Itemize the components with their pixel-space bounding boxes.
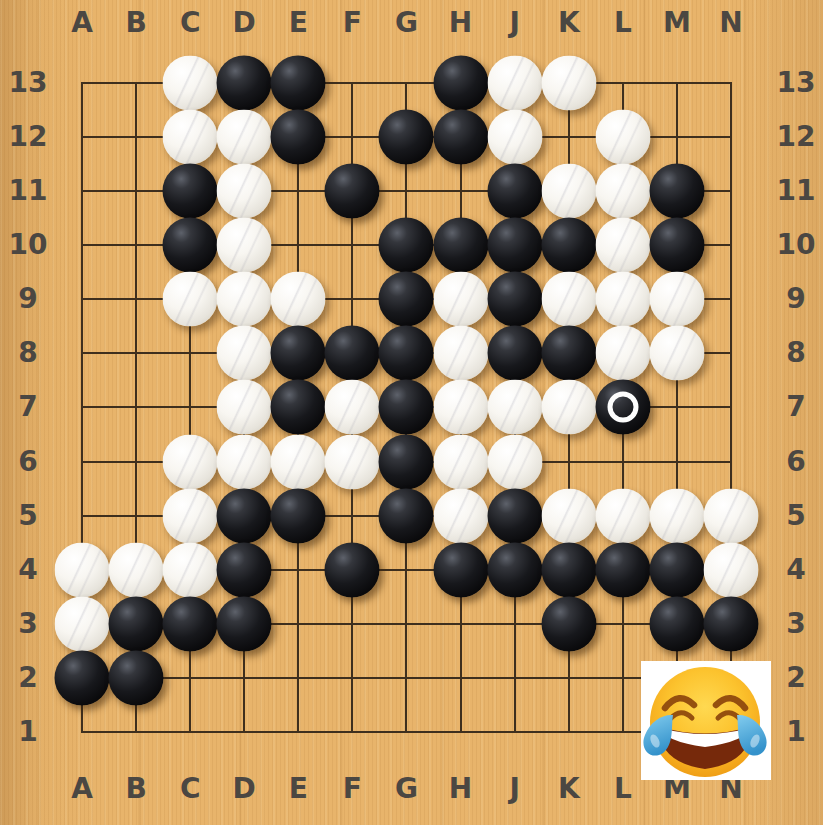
coordinate-label: 10: [9, 231, 48, 259]
stone-white[interactable]: [649, 272, 704, 327]
coordinate-label: 9: [18, 285, 37, 313]
stone-white[interactable]: [649, 326, 704, 381]
coordinate-label: 2: [786, 664, 805, 692]
coordinate-label: 13: [777, 69, 816, 97]
coordinate-label: 1: [786, 718, 805, 746]
stone-black[interactable]: [541, 596, 596, 651]
stone-white[interactable]: [649, 488, 704, 543]
stone-white[interactable]: [433, 434, 488, 489]
stone-black[interactable]: [271, 56, 326, 111]
coordinate-label: J: [509, 9, 519, 37]
stone-black[interactable]: [379, 326, 434, 381]
face-with-tears-of-joy-icon: [641, 661, 771, 780]
laughing-emoji-overlay: [641, 661, 771, 780]
stone-black[interactable]: [433, 218, 488, 273]
stone-white[interactable]: [487, 56, 542, 111]
stone-black[interactable]: [379, 218, 434, 273]
coordinate-label: B: [125, 9, 146, 37]
coordinate-label: D: [233, 9, 256, 37]
stone-black[interactable]: [163, 164, 218, 219]
stone-black[interactable]: [379, 272, 434, 327]
coordinate-label: L: [614, 775, 632, 803]
stone-white[interactable]: [541, 56, 596, 111]
coordinate-label: 7: [786, 393, 805, 421]
stone-black[interactable]: [541, 542, 596, 597]
stone-white[interactable]: [541, 488, 596, 543]
stone-black[interactable]: [487, 164, 542, 219]
coordinate-label: 10: [777, 231, 816, 259]
coordinate-label: 8: [18, 339, 37, 367]
stone-white[interactable]: [163, 110, 218, 165]
coordinate-label: H: [449, 775, 472, 803]
coordinate-label: 3: [18, 610, 37, 638]
coordinate-label: N: [719, 9, 742, 37]
stone-black[interactable]: [109, 650, 164, 705]
coordinate-label: C: [180, 775, 201, 803]
stone-black[interactable]: [703, 596, 758, 651]
coordinate-label: G: [395, 775, 418, 803]
stone-black[interactable]: [433, 110, 488, 165]
stone-black[interactable]: [649, 596, 704, 651]
stone-black[interactable]: [271, 110, 326, 165]
stone-black[interactable]: [595, 380, 650, 435]
stone-black[interactable]: [325, 326, 380, 381]
stone-black[interactable]: [379, 380, 434, 435]
stone-black[interactable]: [217, 56, 272, 111]
stone-black[interactable]: [55, 650, 110, 705]
stone-black[interactable]: [325, 164, 380, 219]
stone-white[interactable]: [217, 380, 272, 435]
go-board-screenshot: ABCDEFGHJKLMN ABCDEFGHJKLMN 131211109876…: [0, 0, 823, 825]
stone-white[interactable]: [541, 272, 596, 327]
coordinate-label: F: [343, 9, 362, 37]
coordinate-label: M: [663, 9, 691, 37]
coordinate-label: 6: [18, 448, 37, 476]
coordinate-label: K: [558, 775, 580, 803]
coordinate-label: 6: [786, 448, 805, 476]
stone-white[interactable]: [55, 596, 110, 651]
stone-white[interactable]: [217, 326, 272, 381]
coordinate-label: 9: [786, 285, 805, 313]
coordinate-label: F: [343, 775, 362, 803]
coordinate-label: D: [233, 775, 256, 803]
stone-white[interactable]: [217, 218, 272, 273]
stone-white[interactable]: [703, 542, 758, 597]
stone-white[interactable]: [487, 110, 542, 165]
stone-white[interactable]: [433, 488, 488, 543]
stone-black[interactable]: [163, 596, 218, 651]
stone-black[interactable]: [433, 56, 488, 111]
stone-white[interactable]: [433, 326, 488, 381]
coordinate-label: E: [289, 9, 308, 37]
stone-black[interactable]: [379, 488, 434, 543]
stone-white[interactable]: [595, 110, 650, 165]
stone-black[interactable]: [271, 380, 326, 435]
stone-white[interactable]: [703, 488, 758, 543]
stone-white[interactable]: [433, 272, 488, 327]
grid-line-horizontal: [81, 731, 732, 733]
coordinate-label: L: [614, 9, 632, 37]
coordinate-label: 12: [777, 123, 816, 151]
stone-black[interactable]: [487, 488, 542, 543]
stone-white[interactable]: [163, 434, 218, 489]
stone-white[interactable]: [271, 434, 326, 489]
stone-black[interactable]: [487, 326, 542, 381]
stone-white[interactable]: [541, 380, 596, 435]
stone-black[interactable]: [379, 434, 434, 489]
coordinate-label: 8: [786, 339, 805, 367]
coordinate-label: B: [125, 775, 146, 803]
coordinate-label: 11: [9, 177, 48, 205]
coordinate-label: C: [180, 9, 201, 37]
stone-white[interactable]: [217, 434, 272, 489]
coordinate-label: 1: [18, 718, 37, 746]
coordinate-label: A: [71, 9, 93, 37]
coordinate-label: H: [449, 9, 472, 37]
stone-white[interactable]: [109, 542, 164, 597]
stone-white[interactable]: [271, 272, 326, 327]
stone-black[interactable]: [541, 218, 596, 273]
stone-black[interactable]: [541, 326, 596, 381]
stone-white[interactable]: [541, 164, 596, 219]
stone-white[interactable]: [55, 542, 110, 597]
stone-white[interactable]: [163, 488, 218, 543]
last-move-marker: [607, 392, 638, 423]
stone-black[interactable]: [109, 596, 164, 651]
stone-black[interactable]: [163, 218, 218, 273]
coordinate-label: G: [395, 9, 418, 37]
coordinate-label: 2: [18, 664, 37, 692]
stone-white[interactable]: [163, 272, 218, 327]
stone-white[interactable]: [217, 164, 272, 219]
stone-white[interactable]: [595, 164, 650, 219]
coordinate-label: 13: [9, 69, 48, 97]
coordinate-label: 4: [786, 556, 805, 584]
stone-white[interactable]: [163, 56, 218, 111]
coordinate-label: 11: [777, 177, 816, 205]
stone-white[interactable]: [433, 380, 488, 435]
coordinate-label: 12: [9, 123, 48, 151]
stone-black[interactable]: [217, 596, 272, 651]
stone-black[interactable]: [649, 218, 704, 273]
stone-black[interactable]: [487, 542, 542, 597]
stone-black[interactable]: [487, 218, 542, 273]
stone-white[interactable]: [487, 380, 542, 435]
stone-black[interactable]: [379, 110, 434, 165]
stone-black[interactable]: [217, 488, 272, 543]
coordinate-label: J: [509, 775, 519, 803]
stone-white[interactable]: [487, 434, 542, 489]
stone-white[interactable]: [217, 272, 272, 327]
stone-black[interactable]: [595, 542, 650, 597]
grid-line-horizontal: [81, 677, 732, 679]
coordinate-label: A: [71, 775, 93, 803]
stone-white[interactable]: [325, 434, 380, 489]
stone-white[interactable]: [595, 218, 650, 273]
stone-black[interactable]: [325, 542, 380, 597]
stone-white[interactable]: [217, 110, 272, 165]
stone-white[interactable]: [595, 488, 650, 543]
coordinate-label: 5: [18, 502, 37, 530]
stone-black[interactable]: [649, 164, 704, 219]
stone-white[interactable]: [595, 272, 650, 327]
coordinate-label: 5: [786, 502, 805, 530]
coordinate-label: 3: [786, 610, 805, 638]
stone-black[interactable]: [271, 326, 326, 381]
stone-white[interactable]: [595, 326, 650, 381]
coordinate-label: 7: [18, 393, 37, 421]
coordinate-label: 4: [18, 556, 37, 584]
stone-black[interactable]: [487, 272, 542, 327]
stone-black[interactable]: [217, 542, 272, 597]
stone-black[interactable]: [649, 542, 704, 597]
coordinate-label: E: [289, 775, 308, 803]
stone-white[interactable]: [163, 542, 218, 597]
stone-black[interactable]: [433, 542, 488, 597]
stone-black[interactable]: [271, 488, 326, 543]
stone-white[interactable]: [325, 380, 380, 435]
coordinate-label: K: [558, 9, 580, 37]
